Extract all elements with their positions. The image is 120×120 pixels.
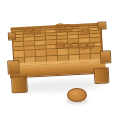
corner-post-back-right (97, 21, 106, 29)
peg-piece-h6[interactable]: ⛀ (78, 25, 91, 38)
product-photo-scene: ⛀⛀⛀⛀⛀⛀⛀⛀⛀⛀ (0, 0, 120, 120)
corner-post-front-right (100, 50, 112, 64)
stand-leg-left (11, 76, 28, 94)
peg-piece-c7[interactable]: ⛀ (29, 25, 42, 38)
stand-leg-right (94, 67, 110, 84)
loose-disc-piece[interactable] (67, 88, 87, 102)
peg-piece-f7[interactable]: ⛀ (61, 20, 74, 35)
peg-piece-h4[interactable]: ⛀ (83, 39, 96, 52)
wooden-board-stand: ⛀⛀⛀⛀⛀⛀⛀⛀⛀⛀ (6, 19, 109, 92)
corner-post-front-left (7, 60, 20, 75)
corner-post-back-left (8, 32, 16, 40)
